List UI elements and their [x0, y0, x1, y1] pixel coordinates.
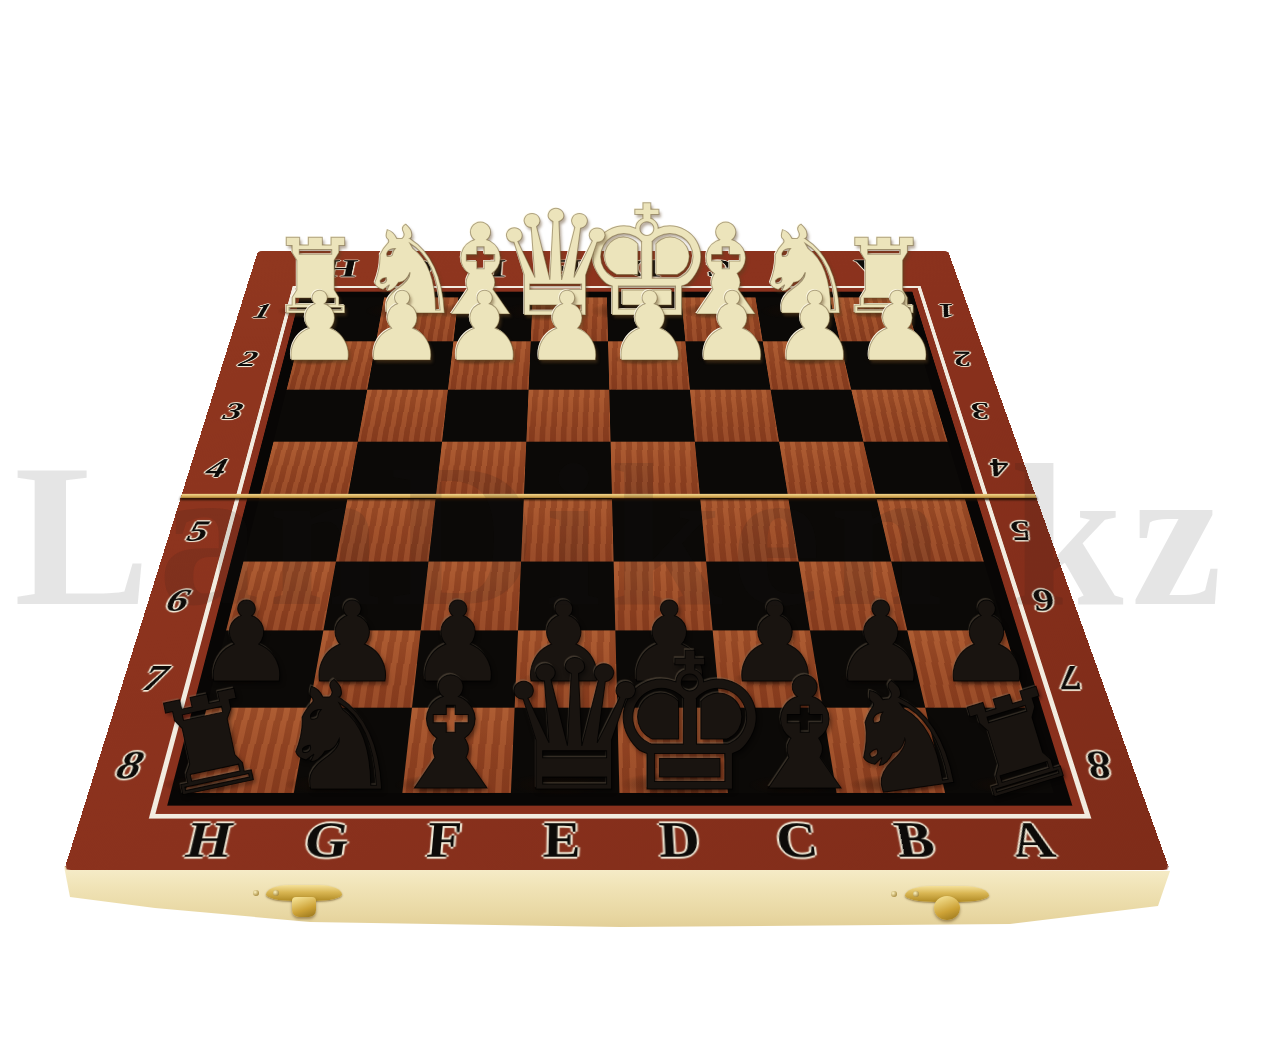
square-c4 — [695, 442, 789, 499]
square-b7 — [810, 631, 925, 708]
labels-top-cell: G — [375, 253, 456, 285]
rank-label-right-6: 6 — [1027, 582, 1061, 619]
square-f7 — [412, 631, 518, 708]
labels-top-cell: B — [755, 253, 838, 285]
file-label-top-A: A — [853, 254, 892, 282]
square-f4 — [436, 442, 527, 499]
square-g2 — [367, 342, 453, 390]
square-g5 — [336, 499, 436, 562]
square-g3 — [358, 389, 448, 441]
file-label-top-E: E — [553, 254, 582, 282]
square-h1 — [299, 297, 384, 341]
square-h8 — [185, 707, 309, 793]
square-c3 — [690, 389, 779, 441]
labels-bottom-cell: H — [143, 811, 274, 868]
square-b4 — [779, 442, 877, 499]
clasp-screw — [273, 890, 279, 896]
labels-top-cell: A — [830, 253, 915, 285]
square-b1 — [755, 297, 840, 341]
square-d1 — [607, 297, 685, 341]
labels-bottom-cell: D — [620, 811, 741, 868]
labels-bottom-cell: E — [502, 811, 622, 868]
rank-label-left-8: 8 — [111, 742, 148, 788]
square-c5 — [700, 499, 798, 562]
square-b5 — [788, 499, 891, 562]
file-label-top-H: H — [320, 254, 360, 282]
clasp-screw — [913, 891, 919, 897]
square-b3 — [771, 389, 864, 441]
square-e7 — [515, 631, 618, 708]
labels-top-cell: H — [298, 253, 381, 285]
square-c6 — [706, 561, 810, 630]
fold-seam — [181, 494, 1037, 498]
rank-label-right-4: 4 — [985, 453, 1014, 483]
square-d5 — [612, 499, 706, 562]
square-c1 — [681, 297, 762, 341]
square-f6 — [421, 561, 521, 630]
square-g6 — [323, 561, 428, 630]
square-d7 — [615, 631, 720, 708]
square-a5 — [877, 499, 984, 562]
file-label-top-D: D — [628, 254, 661, 282]
rank-label-left-5: 5 — [183, 515, 213, 548]
square-e1 — [531, 297, 608, 341]
board-grid — [167, 292, 1072, 806]
rank-label-right-1: 1 — [934, 300, 959, 323]
chess-board: HGFEDCBA HGFEDCBA 12345678 12345678 — [64, 251, 1170, 870]
square-c7 — [713, 631, 823, 708]
square-h3 — [274, 389, 368, 441]
square-e5 — [521, 499, 614, 562]
square-b2 — [763, 342, 851, 390]
rank-label-left-6: 6 — [162, 582, 194, 619]
file-label-bottom-A: A — [1004, 812, 1061, 868]
clasp-screw — [891, 891, 897, 897]
rear-hinge-glint — [396, 238, 411, 259]
square-f5 — [429, 499, 524, 562]
square-c2 — [685, 342, 770, 390]
labels-bottom-cell: A — [966, 811, 1100, 868]
file-label-bottom-F: F — [424, 812, 463, 868]
square-h6 — [226, 561, 336, 630]
clasp-screw — [253, 890, 259, 896]
file-labels-bottom: HGFEDCBA — [143, 811, 1100, 868]
labels-bottom-cell: F — [382, 811, 504, 868]
rank-label-left-7: 7 — [138, 658, 172, 699]
rank-label-right-2: 2 — [949, 346, 975, 371]
square-h2 — [287, 342, 376, 390]
rank-label-left-2: 2 — [236, 346, 261, 371]
square-b8 — [823, 707, 946, 793]
square-e4 — [524, 442, 612, 499]
rank-label-left-4: 4 — [203, 453, 231, 483]
square-d4 — [611, 442, 701, 499]
square-a3 — [851, 389, 947, 441]
square-f8 — [402, 707, 514, 793]
file-label-bottom-E: E — [542, 812, 580, 868]
square-e2 — [529, 342, 610, 390]
labels-bottom-cell: B — [851, 811, 980, 868]
square-a2 — [840, 342, 932, 390]
square-d8 — [617, 707, 728, 793]
square-d3 — [609, 389, 695, 441]
labels-bottom-cell: C — [735, 811, 860, 868]
clasp-hook — [934, 896, 960, 920]
square-d6 — [614, 561, 713, 630]
square-e6 — [518, 561, 615, 630]
square-a1 — [830, 297, 918, 341]
labels-top-cell: D — [606, 253, 684, 285]
file-label-bottom-C: C — [773, 812, 821, 868]
file-label-top-F: F — [478, 254, 507, 282]
square-e8 — [511, 707, 620, 793]
square-f3 — [442, 389, 529, 441]
file-label-bottom-G: G — [300, 812, 353, 868]
square-a6 — [891, 561, 1004, 630]
labels-top-cell: C — [681, 253, 761, 285]
square-f2 — [448, 342, 531, 390]
rank-label-left-1: 1 — [251, 300, 274, 323]
square-a8 — [925, 707, 1053, 793]
rank-label-right-3: 3 — [966, 397, 994, 424]
square-h5 — [243, 499, 347, 562]
labels-bottom-cell: G — [263, 811, 389, 868]
clasp-hook — [292, 897, 316, 917]
square-f1 — [453, 297, 532, 341]
labels-top-cell: E — [529, 253, 606, 285]
square-a4 — [863, 442, 964, 499]
square-d2 — [608, 342, 690, 390]
square-g4 — [347, 442, 442, 499]
rank-label-right-8: 8 — [1080, 742, 1119, 788]
square-c8 — [720, 707, 837, 793]
product-photo-stage: HGFEDCBA HGFEDCBA 12345678 12345678 ♜♞♝♚… — [0, 0, 1280, 1038]
square-h4 — [259, 442, 358, 499]
square-b6 — [799, 561, 908, 630]
file-label-top-C: C — [703, 254, 738, 282]
file-label-top-B: B — [779, 254, 814, 282]
rank-label-left-3: 3 — [220, 397, 246, 424]
square-g7 — [309, 631, 420, 708]
file-labels-top: HGFEDCBA — [298, 253, 915, 285]
rank-label-right-5: 5 — [1005, 515, 1036, 548]
square-g1 — [376, 297, 458, 341]
file-label-bottom-H: H — [181, 812, 238, 868]
square-g8 — [294, 707, 412, 793]
file-label-bottom-D: D — [658, 812, 702, 868]
box-side-wood — [60, 864, 1174, 942]
square-e3 — [526, 389, 610, 441]
square-a7 — [907, 631, 1027, 708]
file-label-bottom-B: B — [890, 812, 939, 868]
rank-label-right-7: 7 — [1052, 658, 1088, 699]
labels-top-cell: F — [452, 253, 531, 285]
square-h7 — [207, 631, 324, 708]
